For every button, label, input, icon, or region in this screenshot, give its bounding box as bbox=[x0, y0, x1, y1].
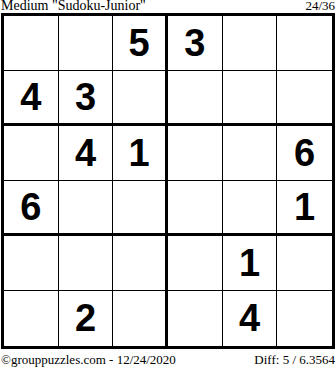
cell-r1c1[interactable] bbox=[4, 16, 59, 71]
cell-r5c3[interactable] bbox=[113, 236, 168, 291]
cell-r1c4[interactable]: 3 bbox=[168, 16, 223, 71]
cell-r3c4[interactable] bbox=[168, 126, 223, 181]
cell-r5c1[interactable] bbox=[4, 236, 59, 291]
difficulty-text: Diff: 5 / 6.3564 bbox=[254, 352, 335, 367]
puzzle-title: Medium "Sudoku-Junior" bbox=[1, 0, 146, 12]
cell-r1c6[interactable] bbox=[277, 16, 332, 71]
cell-r5c4[interactable] bbox=[168, 236, 223, 291]
cell-r2c6[interactable] bbox=[277, 71, 332, 126]
puzzle-page: Medium "Sudoku-Junior" 24/36 53434166112… bbox=[0, 0, 336, 370]
cell-r1c5[interactable] bbox=[223, 16, 278, 71]
cell-r2c5[interactable] bbox=[223, 71, 278, 126]
cell-r3c2[interactable]: 4 bbox=[59, 126, 114, 181]
cell-r2c4[interactable] bbox=[168, 71, 223, 126]
cell-r5c6[interactable] bbox=[277, 236, 332, 291]
cell-r3c6[interactable]: 6 bbox=[277, 126, 332, 181]
cell-r3c1[interactable] bbox=[4, 126, 59, 181]
cell-r6c2[interactable]: 2 bbox=[59, 291, 114, 346]
cell-r1c3[interactable]: 5 bbox=[113, 16, 168, 71]
cell-r5c2[interactable] bbox=[59, 236, 114, 291]
cell-r4c2[interactable] bbox=[59, 181, 114, 236]
cell-r4c6[interactable]: 1 bbox=[277, 181, 332, 236]
progress-counter: 24/36 bbox=[305, 0, 335, 12]
cell-r5c5[interactable]: 1 bbox=[223, 236, 278, 291]
cell-r6c5[interactable]: 4 bbox=[223, 291, 278, 346]
cell-r4c3[interactable] bbox=[113, 181, 168, 236]
cell-r3c3[interactable]: 1 bbox=[113, 126, 168, 181]
cell-r4c1[interactable]: 6 bbox=[4, 181, 59, 236]
cell-r2c2[interactable]: 3 bbox=[59, 71, 114, 126]
cell-r4c5[interactable] bbox=[223, 181, 278, 236]
cell-r3c5[interactable] bbox=[223, 126, 278, 181]
cell-r1c2[interactable] bbox=[59, 16, 114, 71]
header: Medium "Sudoku-Junior" 24/36 bbox=[1, 0, 335, 12]
cell-r6c3[interactable] bbox=[113, 291, 168, 346]
cell-r6c1[interactable] bbox=[4, 291, 59, 346]
cell-r4c4[interactable] bbox=[168, 181, 223, 236]
copyright-text: ©grouppuzzles.com - 12/24/2020 bbox=[1, 352, 176, 367]
sudoku-board: 534341661124 bbox=[1, 13, 335, 349]
cell-r2c3[interactable] bbox=[113, 71, 168, 126]
footer: ©grouppuzzles.com - 12/24/2020 Diff: 5 /… bbox=[1, 352, 335, 368]
cell-r6c6[interactable] bbox=[277, 291, 332, 346]
cell-r2c1[interactable]: 4 bbox=[4, 71, 59, 126]
cell-r6c4[interactable] bbox=[168, 291, 223, 346]
